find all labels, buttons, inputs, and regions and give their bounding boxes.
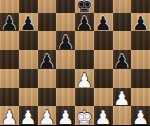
white-pawn-e4[interactable]: ♟ (76, 70, 93, 89)
square-c3[interactable] (38, 88, 57, 107)
square-h6[interactable] (131, 31, 150, 50)
black-pawn-b7[interactable]: ♟ (20, 14, 37, 33)
black-pawn-g5[interactable]: ♟ (113, 51, 130, 70)
square-b7[interactable]: ♟ (19, 13, 38, 32)
black-pawn-f7[interactable]: ♟ (95, 14, 112, 33)
square-h5[interactable] (131, 50, 150, 69)
square-e8[interactable]: ♚ (75, 0, 94, 13)
square-a7[interactable]: ♟ (0, 13, 19, 32)
square-f6[interactable] (94, 31, 113, 50)
square-h8[interactable] (131, 0, 150, 13)
square-a8[interactable] (0, 0, 19, 13)
square-c8[interactable] (38, 0, 57, 13)
square-e3[interactable] (75, 88, 94, 107)
square-g4[interactable] (113, 69, 132, 88)
square-a3[interactable] (0, 88, 19, 107)
square-g3[interactable]: ♟ (113, 88, 132, 107)
square-a5[interactable] (0, 50, 19, 69)
square-a2[interactable]: ♟ (0, 106, 19, 125)
square-g7[interactable] (113, 13, 132, 32)
square-d2[interactable]: ♟ (56, 106, 75, 125)
square-e5[interactable] (75, 50, 94, 69)
square-e4[interactable]: ♟ (75, 69, 94, 88)
square-g8[interactable] (113, 0, 132, 13)
square-h3[interactable] (131, 88, 150, 107)
square-b2[interactable]: ♟ (19, 106, 38, 125)
square-c2[interactable]: ♟ (38, 106, 57, 125)
square-b6[interactable] (19, 31, 38, 50)
square-h7[interactable]: ♟ (131, 13, 150, 32)
square-c6[interactable] (38, 31, 57, 50)
square-c4[interactable] (38, 69, 57, 88)
black-pawn-c5[interactable]: ♟ (38, 51, 55, 70)
square-c7[interactable] (38, 13, 57, 32)
white-pawn-c2[interactable]: ♟ (38, 108, 55, 126)
white-pawn-g3[interactable]: ♟ (113, 89, 130, 108)
white-pawn-f2[interactable]: ♟ (95, 108, 112, 126)
square-b4[interactable] (19, 69, 38, 88)
square-d5[interactable] (56, 50, 75, 69)
square-f8[interactable] (94, 0, 113, 13)
white-pawn-h2[interactable]: ♟ (132, 108, 149, 126)
square-f3[interactable] (94, 88, 113, 107)
square-a6[interactable] (0, 31, 19, 50)
square-b5[interactable] (19, 50, 38, 69)
square-d6[interactable]: ♟ (56, 31, 75, 50)
square-d4[interactable] (56, 69, 75, 88)
white-king-e2[interactable]: ♚ (76, 108, 93, 126)
square-c5[interactable]: ♟ (38, 50, 57, 69)
square-e7[interactable]: ♟ (75, 13, 94, 32)
square-d8[interactable] (56, 0, 75, 13)
square-g6[interactable] (113, 31, 132, 50)
black-pawn-d6[interactable]: ♟ (57, 33, 74, 52)
square-d7[interactable] (56, 13, 75, 32)
square-b3[interactable] (19, 88, 38, 107)
square-g2[interactable] (113, 106, 132, 125)
white-pawn-a2[interactable]: ♟ (1, 108, 18, 126)
square-h2[interactable]: ♟ (131, 106, 150, 125)
square-f7[interactable]: ♟ (94, 13, 113, 32)
chess-board-viewport: ♚♟♟♟♟♟♟♟♟♟♟♟♟♟♟♚♟♟ (0, 0, 150, 125)
square-f4[interactable] (94, 69, 113, 88)
square-b8[interactable] (19, 0, 38, 13)
square-e2[interactable]: ♚ (75, 106, 94, 125)
black-pawn-e7[interactable]: ♟ (76, 14, 93, 33)
square-a4[interactable] (0, 69, 19, 88)
square-f2[interactable]: ♟ (94, 106, 113, 125)
square-e6[interactable] (75, 31, 94, 50)
white-pawn-b2[interactable]: ♟ (20, 108, 37, 126)
square-d3[interactable] (56, 88, 75, 107)
black-pawn-h7[interactable]: ♟ (132, 14, 149, 33)
white-pawn-d2[interactable]: ♟ (57, 108, 74, 126)
black-pawn-a7[interactable]: ♟ (1, 14, 18, 33)
square-g5[interactable]: ♟ (113, 50, 132, 69)
square-f5[interactable] (94, 50, 113, 69)
square-h4[interactable] (131, 69, 150, 88)
chess-board: ♚♟♟♟♟♟♟♟♟♟♟♟♟♟♟♚♟♟ (0, 0, 150, 125)
